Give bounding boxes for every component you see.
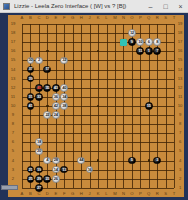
black-stone-E12: 43 xyxy=(52,84,60,92)
white-stone-E4: 28 xyxy=(52,157,60,165)
star-point xyxy=(97,159,99,161)
grid-line-v xyxy=(107,24,108,188)
lizzie-window: { "window": { "title": "Lizzie - Leela Z… xyxy=(0,0,188,200)
coord-top: H xyxy=(80,16,83,20)
black-stone-D12: 35 xyxy=(43,84,51,92)
move-number: 38 xyxy=(62,104,66,108)
white-stone-C15: 2 xyxy=(35,57,43,65)
titlebar: Lizzie - Leela Zero Interface ( [W] vs ?… xyxy=(0,0,188,13)
coord-right: 10 xyxy=(178,104,183,108)
coord-bottom: B xyxy=(29,192,32,196)
black-stone-B11: 31 xyxy=(27,93,35,101)
coord-right: 12 xyxy=(178,86,183,90)
black-stone-B3: 21 xyxy=(27,166,35,174)
white-stone-F11: 34 xyxy=(60,93,68,101)
move-number: 35 xyxy=(45,86,49,90)
white-stone-D4: 4 xyxy=(43,157,51,165)
grid-line-h xyxy=(22,133,174,134)
black-stone-R4: 3 xyxy=(153,157,161,165)
black-stone-D14: 17 xyxy=(43,66,51,74)
move-number: 3 xyxy=(156,158,158,162)
coord-right: 14 xyxy=(178,68,183,72)
coord-top: Q xyxy=(147,16,150,20)
move-number: 45 xyxy=(37,86,41,90)
coord-top: O xyxy=(130,16,133,20)
black-stone-R16: 7 xyxy=(153,47,161,55)
move-number: 10 xyxy=(138,40,142,44)
white-stone-F10: 38 xyxy=(60,102,68,110)
window-title: Lizzie - Leela Zero Interface ( [W] vs ?… xyxy=(14,3,143,9)
move-number: 24 xyxy=(54,113,58,117)
maximize-button[interactable]: □ xyxy=(158,0,173,13)
move-number: 39 xyxy=(29,77,33,81)
coord-bottom: L xyxy=(105,192,107,196)
coord-top: A xyxy=(21,16,24,20)
coord-top: D xyxy=(46,16,49,20)
coord-bottom: F xyxy=(63,192,66,196)
black-stone-P16: 11 xyxy=(136,47,144,55)
coord-bottom: A xyxy=(21,192,24,196)
coord-bottom: J xyxy=(89,192,91,196)
coord-right: 11 xyxy=(178,95,182,99)
coord-left: 12 xyxy=(11,86,16,90)
grid-line-h xyxy=(22,124,174,125)
black-stone-B14: 37 xyxy=(27,66,35,74)
white-stone-B15: 30 xyxy=(27,57,35,65)
coord-top: J xyxy=(89,16,91,20)
black-stone-B13: 39 xyxy=(27,75,35,83)
move-number: 36 xyxy=(54,95,58,99)
move-number: 29 xyxy=(37,177,41,181)
coord-bottom: H xyxy=(80,192,83,196)
black-stone-C3: 19 xyxy=(35,166,43,174)
move-number: 13 xyxy=(62,168,66,172)
white-stone-D9: 22 xyxy=(43,111,51,119)
move-number: 12 xyxy=(130,31,134,35)
coord-right: 3 xyxy=(179,168,181,172)
coord-right: 13 xyxy=(178,77,183,81)
grid-line-h xyxy=(22,188,174,189)
move-number: 42 xyxy=(54,104,58,108)
black-stone-C1: 27 xyxy=(35,184,43,192)
coord-bottom: S xyxy=(164,192,167,196)
coord-bottom: G xyxy=(71,192,74,196)
coord-top: N xyxy=(122,16,125,20)
window-content: ABCDEFGHJKLMNOPQRSTABCDEFGHJKLMNOPQRST19… xyxy=(0,13,188,200)
coord-top: L xyxy=(105,16,107,20)
coord-right: 4 xyxy=(179,159,181,163)
coord-left: 3 xyxy=(12,168,14,172)
coord-top: M xyxy=(113,16,117,20)
white-stone-E2: 26 xyxy=(52,175,60,183)
coord-right: 8 xyxy=(179,122,181,126)
coord-bottom: O xyxy=(130,192,133,196)
coord-bottom: T xyxy=(173,192,176,196)
coord-top: K xyxy=(97,16,100,20)
black-stone-D2: 23 xyxy=(43,175,51,183)
white-stone-P17: 10 xyxy=(136,38,144,46)
move-number: 11 xyxy=(138,49,142,53)
white-stone-E9: 24 xyxy=(52,111,60,119)
grid-line-h xyxy=(22,151,174,152)
coord-bottom: M xyxy=(113,192,117,196)
grid-line-h xyxy=(22,170,174,171)
white-stone-F12: 40 xyxy=(60,84,68,92)
coord-left: 14 xyxy=(11,68,16,72)
coord-left: 8 xyxy=(12,122,14,126)
coord-right: 17 xyxy=(178,40,183,44)
coord-top: G xyxy=(71,16,74,20)
move-number: 22 xyxy=(45,113,49,117)
move-number: 44 xyxy=(79,158,83,162)
white-stone-Q17: 6 xyxy=(145,38,153,46)
white-stone-C6: 18 xyxy=(35,138,43,146)
black-stone-C12: 45 xyxy=(35,84,43,92)
window-controls: – □ × xyxy=(143,0,188,13)
coord-top: R xyxy=(156,16,159,20)
move-number: 2 xyxy=(38,58,40,62)
white-stone-J3: 16 xyxy=(86,166,94,174)
coord-top: S xyxy=(164,16,167,20)
coord-left: 9 xyxy=(12,113,14,117)
coord-left: 6 xyxy=(12,140,14,144)
grid-line-v xyxy=(174,24,175,188)
coord-top: P xyxy=(139,16,142,20)
white-stone-E11: 36 xyxy=(52,93,60,101)
coord-right: 7 xyxy=(179,131,181,135)
coord-right: 6 xyxy=(179,140,181,144)
coord-bottom: P xyxy=(139,192,142,196)
coord-left: 13 xyxy=(11,77,16,81)
black-stone-B2: 25 xyxy=(27,175,35,183)
move-number: 4 xyxy=(46,158,48,162)
move-number: 21 xyxy=(29,168,33,172)
coord-bottom: D xyxy=(46,192,49,196)
coord-top: B xyxy=(29,16,32,20)
black-stone-C11: 33 xyxy=(35,93,43,101)
coord-right: 1 xyxy=(179,186,181,190)
move-number: 16 xyxy=(88,168,92,172)
coord-left: 16 xyxy=(11,49,16,53)
grid-line-v xyxy=(166,24,167,188)
move-number: 23 xyxy=(45,177,49,181)
white-stone-E10: 42 xyxy=(52,102,60,110)
grid-line-h xyxy=(22,142,174,143)
coord-left: 10 xyxy=(11,104,16,108)
coord-right: 19 xyxy=(178,22,183,26)
move-number: 34 xyxy=(62,95,66,99)
coord-bottom: N xyxy=(122,192,125,196)
coord-top: F xyxy=(63,16,66,20)
white-stone-O18: 12 xyxy=(128,29,136,37)
coord-left: 15 xyxy=(11,58,16,62)
coord-left: 17 xyxy=(11,40,16,44)
coord-right: 16 xyxy=(178,49,183,53)
move-number: 14 xyxy=(54,168,58,172)
move-number: 8 xyxy=(156,40,158,44)
close-button[interactable]: × xyxy=(173,0,188,13)
white-stone-E3: 14 xyxy=(52,166,60,174)
coord-left: 19 xyxy=(11,22,16,26)
black-stone-Q16: 1 xyxy=(145,47,153,55)
move-number: 19 xyxy=(37,168,41,172)
black-stone-O4: 5 xyxy=(128,157,136,165)
white-stone-R17: 8 xyxy=(153,38,161,46)
black-stone-F3: 13 xyxy=(60,166,68,174)
coord-bottom: C xyxy=(37,192,40,196)
move-number: 32 xyxy=(62,58,66,62)
coord-left: 18 xyxy=(11,31,16,35)
move-number: 41 xyxy=(29,104,33,108)
minimize-button[interactable]: – xyxy=(143,0,158,13)
black-stone-C2: 29 xyxy=(35,175,43,183)
move-number: 5 xyxy=(131,158,133,162)
coord-left: 7 xyxy=(12,131,14,135)
move-number: 17 xyxy=(45,67,49,71)
move-number: 15 xyxy=(147,104,151,108)
go-board[interactable]: ABCDEFGHJKLMNOPQRSTABCDEFGHJKLMNOPQRST19… xyxy=(8,15,184,197)
move-number: 25 xyxy=(29,177,33,181)
grid-line-v xyxy=(115,24,116,188)
white-stone-H4: 44 xyxy=(77,157,85,165)
move-number: 27 xyxy=(37,186,41,190)
white-stone-F15: 32 xyxy=(60,57,68,65)
move-number: 7 xyxy=(156,49,158,53)
coord-right: 5 xyxy=(179,149,181,153)
coord-bottom: K xyxy=(97,192,100,196)
app-icon xyxy=(3,3,10,10)
black-stone-B10: 41 xyxy=(27,102,35,110)
coord-left: 11 xyxy=(11,95,15,99)
coord-right: 18 xyxy=(178,31,183,35)
coord-bottom: R xyxy=(156,192,159,196)
coord-left: 5 xyxy=(12,149,14,153)
move-number: 31 xyxy=(29,95,33,99)
move-number: 18 xyxy=(37,140,41,144)
move-number: 28 xyxy=(54,158,58,162)
star-point xyxy=(148,159,150,161)
move-number: 40 xyxy=(62,86,66,90)
coord-top: E xyxy=(54,16,57,20)
suggested-move-marker[interactable] xyxy=(120,39,127,46)
coord-right: 15 xyxy=(178,58,183,62)
star-point xyxy=(97,105,99,107)
white-stone-C5: 20 xyxy=(35,148,43,156)
move-number: 30 xyxy=(29,58,33,62)
coord-right: 2 xyxy=(179,177,181,181)
black-stone-O17: 9 xyxy=(128,38,136,46)
move-number: 6 xyxy=(148,40,150,44)
coord-top: C xyxy=(37,16,40,20)
move-number: 9 xyxy=(131,40,133,44)
coord-bottom: Q xyxy=(147,192,150,196)
move-number: 26 xyxy=(54,177,58,181)
coord-bottom: E xyxy=(54,192,57,196)
coord-right: 9 xyxy=(179,113,181,117)
coord-left: 4 xyxy=(12,159,14,163)
coord-left: 2 xyxy=(12,177,14,181)
move-number: 43 xyxy=(54,86,58,90)
star-point xyxy=(46,105,48,107)
status-chip xyxy=(1,185,18,190)
move-number: 33 xyxy=(37,95,41,99)
move-number: 1 xyxy=(148,49,150,53)
black-stone-Q10: 15 xyxy=(145,102,153,110)
grid-line-v xyxy=(123,24,124,188)
coord-top: T xyxy=(173,16,176,20)
move-number: 20 xyxy=(37,149,41,153)
move-number: 37 xyxy=(29,67,33,71)
